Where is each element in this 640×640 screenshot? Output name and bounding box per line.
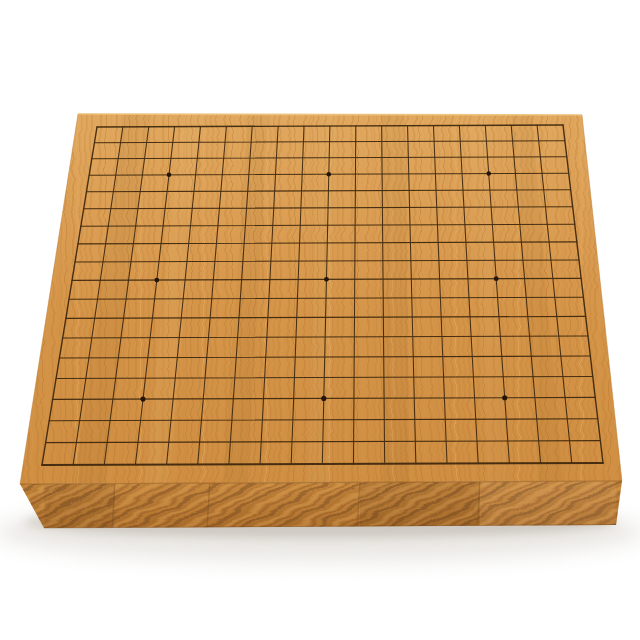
hoshi-dot <box>494 276 499 281</box>
photo-canvas <box>0 0 640 640</box>
goban <box>0 0 640 640</box>
hoshi-dot <box>167 173 172 178</box>
hoshi-dot <box>154 278 159 283</box>
hoshi-dot <box>321 396 326 401</box>
hoshi-dot <box>324 277 329 282</box>
hoshi-dot <box>502 395 507 400</box>
top-face-grain <box>0 100 640 500</box>
hoshi-dot <box>327 172 332 177</box>
hoshi-dot <box>486 171 491 176</box>
hoshi-dot <box>140 397 145 402</box>
